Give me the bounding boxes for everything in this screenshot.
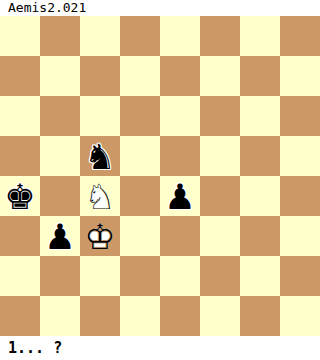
square-f3[interactable]: [200, 216, 240, 256]
square-a1[interactable]: [0, 296, 40, 336]
square-e3[interactable]: [160, 216, 200, 256]
square-b1[interactable]: [40, 296, 80, 336]
black-king-piece[interactable]: ♚: [0, 176, 40, 216]
square-g3[interactable]: [240, 216, 280, 256]
square-c4[interactable]: ♞♘: [80, 176, 120, 216]
square-h4[interactable]: [280, 176, 320, 216]
square-f7[interactable]: [200, 56, 240, 96]
square-b7[interactable]: [40, 56, 80, 96]
square-b8[interactable]: [40, 16, 80, 56]
square-b6[interactable]: [40, 96, 80, 136]
black-knight-piece[interactable]: ♞: [80, 136, 120, 176]
white-king-icon: ♔: [80, 216, 120, 256]
black-pawn-piece[interactable]: ♟: [40, 216, 80, 256]
square-c2[interactable]: [80, 256, 120, 296]
square-c5[interactable]: ♞: [80, 136, 120, 176]
square-d4[interactable]: [120, 176, 160, 216]
square-d5[interactable]: [120, 136, 160, 176]
white-knight-icon: ♘: [80, 176, 120, 216]
square-d7[interactable]: [120, 56, 160, 96]
square-g6[interactable]: [240, 96, 280, 136]
chess-diagram-page: Aemis2.021 ♞♚♞♘♟♟♚♔ 1... ?: [0, 0, 320, 360]
square-d2[interactable]: [120, 256, 160, 296]
square-c8[interactable]: [80, 16, 120, 56]
square-g8[interactable]: [240, 16, 280, 56]
square-d1[interactable]: [120, 296, 160, 336]
square-e1[interactable]: [160, 296, 200, 336]
black-pawn-piece[interactable]: ♟: [160, 176, 200, 216]
square-h2[interactable]: [280, 256, 320, 296]
square-g1[interactable]: [240, 296, 280, 336]
square-f8[interactable]: [200, 16, 240, 56]
square-f4[interactable]: [200, 176, 240, 216]
square-d6[interactable]: [120, 96, 160, 136]
black-knight-icon: ♞: [80, 136, 120, 176]
square-e8[interactable]: [160, 16, 200, 56]
square-e5[interactable]: [160, 136, 200, 176]
square-f6[interactable]: [200, 96, 240, 136]
square-f1[interactable]: [200, 296, 240, 336]
square-c6[interactable]: [80, 96, 120, 136]
square-c7[interactable]: [80, 56, 120, 96]
square-a8[interactable]: [0, 16, 40, 56]
square-c1[interactable]: [80, 296, 120, 336]
square-h7[interactable]: [280, 56, 320, 96]
square-c3[interactable]: ♚♔: [80, 216, 120, 256]
square-a7[interactable]: [0, 56, 40, 96]
square-e7[interactable]: [160, 56, 200, 96]
square-d3[interactable]: [120, 216, 160, 256]
square-e4[interactable]: ♟: [160, 176, 200, 216]
square-a4[interactable]: ♚: [0, 176, 40, 216]
square-h1[interactable]: [280, 296, 320, 336]
chess-board: ♞♚♞♘♟♟♚♔: [0, 16, 320, 336]
square-g4[interactable]: [240, 176, 280, 216]
square-h3[interactable]: [280, 216, 320, 256]
square-g7[interactable]: [240, 56, 280, 96]
square-h6[interactable]: [280, 96, 320, 136]
square-g5[interactable]: [240, 136, 280, 176]
black-pawn-icon: ♟: [160, 176, 200, 216]
square-a5[interactable]: [0, 136, 40, 176]
square-b5[interactable]: [40, 136, 80, 176]
square-b2[interactable]: [40, 256, 80, 296]
square-e6[interactable]: [160, 96, 200, 136]
square-f2[interactable]: [200, 256, 240, 296]
square-h5[interactable]: [280, 136, 320, 176]
black-pawn-icon: ♟: [40, 216, 80, 256]
move-prompt: 1... ?: [0, 336, 320, 360]
square-f5[interactable]: [200, 136, 240, 176]
square-a3[interactable]: [0, 216, 40, 256]
black-king-icon: ♚: [0, 176, 40, 216]
white-knight-piece[interactable]: ♞♘: [80, 176, 120, 216]
square-d8[interactable]: [120, 16, 160, 56]
square-a2[interactable]: [0, 256, 40, 296]
square-e2[interactable]: [160, 256, 200, 296]
square-b4[interactable]: [40, 176, 80, 216]
diagram-title: Aemis2.021: [0, 0, 320, 16]
square-b3[interactable]: ♟: [40, 216, 80, 256]
square-a6[interactable]: [0, 96, 40, 136]
square-g2[interactable]: [240, 256, 280, 296]
square-h8[interactable]: [280, 16, 320, 56]
white-king-piece[interactable]: ♚♔: [80, 216, 120, 256]
